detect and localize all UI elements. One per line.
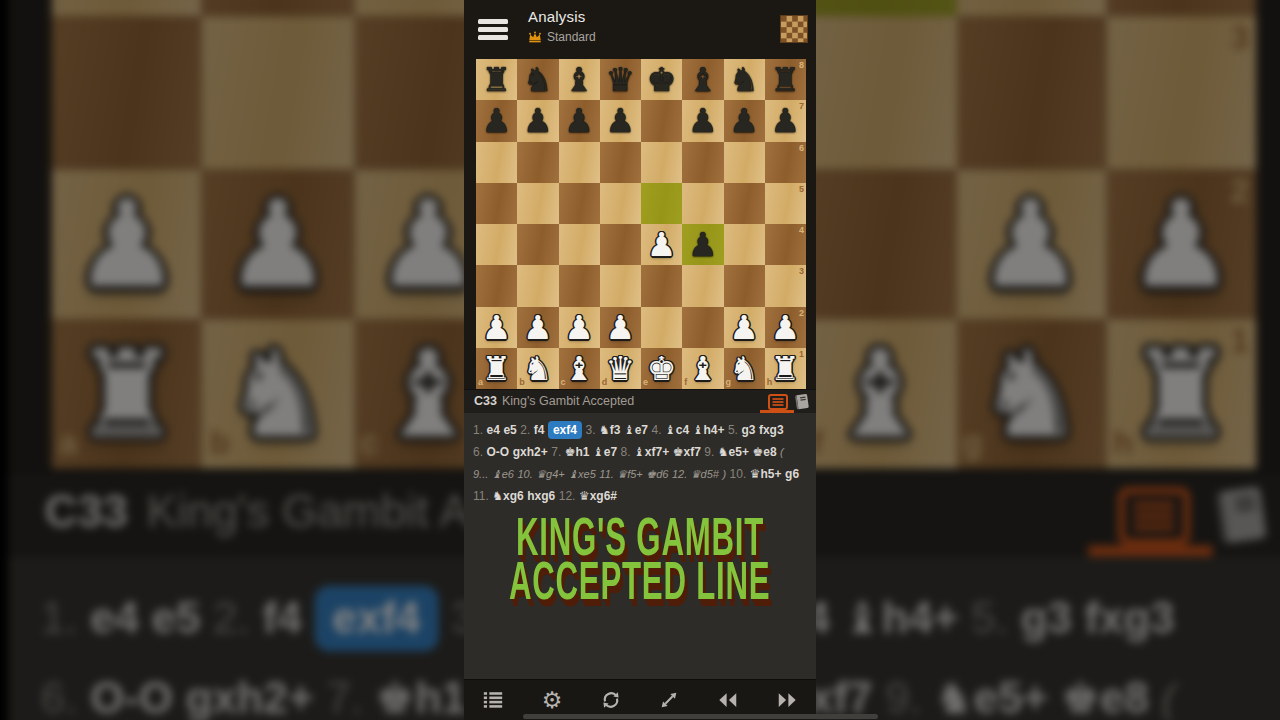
move-token[interactable]: ♛g4+ bbox=[536, 468, 565, 480]
bg-coord-file-c: c bbox=[360, 429, 378, 462]
bg-move-number: 9. bbox=[885, 673, 922, 720]
analysis-menu-button[interactable] bbox=[475, 684, 511, 716]
square-h3[interactable]: 3 bbox=[765, 265, 806, 306]
bg-square-a1: ♜a bbox=[52, 318, 203, 469]
move-number: ( bbox=[780, 446, 784, 458]
coord-rank-4: 4 bbox=[799, 226, 804, 235]
square-d1[interactable]: ♛d bbox=[600, 348, 641, 389]
book-icon bbox=[793, 393, 811, 411]
square-g4[interactable] bbox=[724, 224, 765, 265]
square-d4[interactable] bbox=[600, 224, 641, 265]
coord-file-e: e bbox=[643, 378, 648, 387]
bg-move-number: 6. bbox=[41, 673, 78, 720]
bg-list-card-icon bbox=[1118, 487, 1191, 545]
coord-file-d: d bbox=[602, 378, 608, 387]
black-pawn-b7[interactable]: ♟ bbox=[517, 100, 558, 141]
move-token[interactable]: ♛f5+ bbox=[617, 468, 642, 480]
bg-move-token: ♞e5+ bbox=[935, 673, 1049, 720]
square-b5[interactable] bbox=[517, 183, 558, 224]
square-a7[interactable]: ♟ bbox=[476, 100, 517, 141]
square-d8[interactable]: ♛ bbox=[600, 59, 641, 100]
bg-move-token: e4 bbox=[90, 593, 139, 644]
move-token[interactable]: ♝e7 bbox=[593, 445, 617, 459]
square-f3[interactable] bbox=[682, 265, 723, 306]
move-token[interactable]: gxh2+ bbox=[513, 445, 548, 459]
square-h8[interactable]: ♜8 bbox=[765, 59, 806, 100]
bg-move-token: ♝h4+ bbox=[843, 593, 959, 644]
move-number: ) bbox=[722, 468, 726, 480]
bg-coord-file-b: b bbox=[210, 429, 230, 462]
move-token[interactable]: ♝c4 bbox=[665, 423, 689, 437]
move-number: 9. bbox=[704, 445, 714, 459]
square-e2[interactable] bbox=[641, 307, 682, 348]
title-block: Analysis Standard bbox=[528, 8, 596, 44]
square-a2[interactable]: ♟ bbox=[476, 307, 517, 348]
white-pawn-b2[interactable]: ♟ bbox=[517, 307, 558, 348]
bg-square-h2: ♟2 bbox=[1106, 168, 1257, 319]
selected-move[interactable]: exf4 bbox=[548, 421, 582, 439]
opening-name: King's Gambit Accepted bbox=[502, 394, 634, 408]
square-b4[interactable] bbox=[517, 224, 558, 265]
move-token[interactable]: ♝e7 bbox=[624, 423, 648, 437]
square-h4[interactable]: 4 bbox=[765, 224, 806, 265]
black-pawn-f7[interactable]: ♟ bbox=[682, 100, 723, 141]
move-number: 9... bbox=[473, 468, 488, 480]
bg-square-b2: ♟ bbox=[202, 168, 353, 319]
bg-square-g3 bbox=[955, 17, 1106, 168]
bg-book-icon bbox=[1209, 483, 1275, 549]
black-rook-a8[interactable]: ♜ bbox=[476, 59, 517, 100]
move-number: 3. bbox=[585, 423, 595, 437]
variant-label: Standard bbox=[547, 30, 596, 44]
square-a3[interactable] bbox=[476, 265, 517, 306]
bg-selected-move: exf4 bbox=[314, 586, 438, 652]
square-h1[interactable]: ♜1h bbox=[765, 348, 806, 389]
gear-icon: ⚙ bbox=[542, 689, 563, 712]
bg-coord-file-a: a bbox=[59, 429, 77, 462]
square-d6[interactable] bbox=[600, 142, 641, 183]
bg-square-g4 bbox=[955, 0, 1106, 17]
bg-square-b4 bbox=[202, 0, 353, 17]
white-pawn-a2[interactable]: ♟ bbox=[476, 307, 517, 348]
square-e1[interactable]: ♚e bbox=[641, 348, 682, 389]
bg-square-f4: ♟ bbox=[805, 0, 956, 17]
page-title: Analysis bbox=[528, 8, 596, 25]
video-frame: Analysis Standard ♜♞♝♛♚♝♞♜8♟♟♟♟♟♟♟765♟♟4… bbox=[0, 0, 1280, 720]
coord-file-c: c bbox=[561, 378, 566, 387]
cycle-arrows-icon bbox=[600, 689, 622, 711]
phone-screen: Analysis Standard ♜♞♝♛♚♝♞♜8♟♟♟♟♟♟♟765♟♟4… bbox=[464, 0, 816, 720]
coord-file-f: f bbox=[684, 378, 687, 387]
move-number: 11. bbox=[599, 468, 613, 480]
square-d3[interactable] bbox=[600, 265, 641, 306]
move-token[interactable]: hxg6 bbox=[527, 489, 555, 503]
bg-square-f3 bbox=[805, 17, 956, 168]
bg-square-a3 bbox=[52, 17, 203, 168]
white-pawn-c2[interactable]: ♟ bbox=[559, 307, 600, 348]
move-number: 10. bbox=[730, 467, 747, 481]
move-line: 1.e4e52.f4exf43.♞f3♝e74.♝c4♝h4+5.g3fxg3 bbox=[473, 419, 812, 441]
move-token[interactable]: ♞xg6 bbox=[492, 489, 523, 503]
move-number: 1. bbox=[473, 423, 483, 437]
move-token[interactable]: e4 bbox=[487, 423, 500, 437]
variant-row: Standard bbox=[528, 30, 596, 44]
bg-move-token: f4 bbox=[263, 593, 302, 644]
square-h5[interactable]: 5 bbox=[765, 183, 806, 224]
black-pawn-g7[interactable]: ♟ bbox=[724, 100, 765, 141]
list-icon bbox=[482, 689, 504, 711]
bg-white-knight-g1: ♞ bbox=[955, 318, 1106, 469]
square-b8[interactable]: ♞ bbox=[517, 59, 558, 100]
black-knight-g8[interactable]: ♞ bbox=[724, 59, 765, 100]
coord-file-h: h bbox=[767, 378, 773, 387]
black-queen-d8[interactable]: ♛ bbox=[600, 59, 641, 100]
move-token[interactable]: ♚e8 bbox=[752, 445, 776, 459]
coord-file-a: a bbox=[478, 378, 483, 387]
bg-square-h3: 3 bbox=[1106, 17, 1257, 168]
crown-icon bbox=[528, 31, 542, 43]
move-token[interactable]: e5 bbox=[503, 423, 516, 437]
move-line: 6.O-Ogxh2+7.♚h1♝e78.♝xf7+♚xf79.♞e5+♚e8( bbox=[473, 441, 812, 463]
square-e6[interactable] bbox=[641, 142, 682, 183]
bg-move-number: ( bbox=[1162, 677, 1175, 720]
white-pawn-e4[interactable]: ♟ bbox=[641, 224, 682, 265]
bg-white-pawn-g2: ♟ bbox=[955, 168, 1106, 319]
rewind-button[interactable] bbox=[710, 684, 746, 716]
forward-button[interactable] bbox=[769, 684, 805, 716]
bg-coord-file-h: h bbox=[1113, 429, 1133, 462]
bg-white-rook-a1: ♜ bbox=[52, 318, 203, 469]
square-f4[interactable]: ♟ bbox=[682, 224, 723, 265]
square-b6[interactable] bbox=[517, 142, 558, 183]
black-bishop-c8[interactable]: ♝ bbox=[559, 59, 600, 100]
bg-tab-moves bbox=[1118, 487, 1191, 575]
bg-coord-rank-1: 1 bbox=[1231, 326, 1249, 359]
move-token[interactable]: ♛h5+ bbox=[750, 467, 782, 481]
coord-rank-5: 5 bbox=[799, 185, 804, 194]
bg-move-token: e5 bbox=[152, 593, 201, 644]
move-token[interactable]: ♝h4+ bbox=[693, 423, 725, 437]
square-c5[interactable] bbox=[559, 183, 600, 224]
tab-moves[interactable] bbox=[768, 394, 788, 418]
chess-board: ♜♞♝♛♚♝♞♜8♟♟♟♟♟♟♟765♟♟43♟♟♟♟♟♟2♜a♞b♝c♛d♚e… bbox=[476, 59, 806, 389]
white-pawn-d2[interactable]: ♟ bbox=[600, 307, 641, 348]
bg-move-number: 1. bbox=[41, 593, 78, 644]
move-token[interactable]: ♞f3 bbox=[599, 423, 620, 437]
square-f5[interactable] bbox=[682, 183, 723, 224]
bg-white-knight-b1: ♞ bbox=[202, 318, 353, 469]
bg-move-number: 5. bbox=[971, 593, 1008, 644]
list-card-icon bbox=[768, 394, 788, 410]
move-number: 2. bbox=[520, 423, 530, 437]
square-h7[interactable]: ♟7 bbox=[765, 100, 806, 141]
opening-eco: C33 bbox=[474, 394, 497, 408]
move-token[interactable]: ♝xe5 bbox=[568, 468, 596, 480]
square-c3[interactable] bbox=[559, 265, 600, 306]
bg-square-h1: ♜1h bbox=[1106, 318, 1257, 469]
bg-white-pawn-a2: ♟ bbox=[52, 168, 203, 319]
square-a4[interactable] bbox=[476, 224, 517, 265]
coord-rank-7: 7 bbox=[799, 102, 804, 111]
square-g1[interactable]: ♞g bbox=[724, 348, 765, 389]
move-token[interactable]: fxg3 bbox=[759, 423, 784, 437]
black-bishop-f8[interactable]: ♝ bbox=[682, 59, 723, 100]
square-h6[interactable]: 6 bbox=[765, 142, 806, 183]
bg-black-pawn-f4: ♟ bbox=[805, 0, 956, 17]
bg-square-g1: ♞g bbox=[955, 318, 1106, 469]
bg-square-g2: ♟ bbox=[955, 168, 1106, 319]
hamburger-icon bbox=[478, 19, 508, 24]
settings-button[interactable]: ⚙ bbox=[534, 684, 570, 716]
move-token[interactable]: f4 bbox=[534, 423, 545, 437]
square-c1[interactable]: ♝c bbox=[559, 348, 600, 389]
move-token[interactable]: ♛xg6# bbox=[579, 489, 617, 503]
square-g5[interactable] bbox=[724, 183, 765, 224]
move-list: 1.e4e52.f4exf43.♞f3♝e74.♝c4♝h4+5.g3fxg36… bbox=[464, 413, 816, 679]
coord-rank-6: 6 bbox=[799, 144, 804, 153]
bg-coord-rank-2: 2 bbox=[1231, 175, 1249, 208]
fast-rewind-icon bbox=[717, 689, 739, 711]
coord-rank-8: 8 bbox=[799, 61, 804, 70]
move-number: 5. bbox=[728, 423, 738, 437]
square-c7[interactable]: ♟ bbox=[559, 100, 600, 141]
bg-move-token: fxg3 bbox=[1085, 593, 1175, 644]
move-number: 10. bbox=[517, 468, 532, 480]
bg-move-token: g3 bbox=[1021, 593, 1072, 644]
square-e4[interactable]: ♟ bbox=[641, 224, 682, 265]
bg-white-pawn-h2: ♟ bbox=[1106, 168, 1257, 319]
bg-white-rook-h1: ♜ bbox=[1106, 318, 1257, 469]
bg-coord-file-g: g bbox=[962, 429, 982, 462]
bg-move-token: gxh2+ bbox=[186, 673, 314, 720]
square-a1[interactable]: ♜a bbox=[476, 348, 517, 389]
move-token[interactable]: ♚xf7 bbox=[673, 445, 701, 459]
fullscreen-button[interactable] bbox=[651, 684, 687, 716]
square-f2[interactable] bbox=[682, 307, 723, 348]
move-line: 11.♞xg6hxg612.♛xg6# bbox=[473, 485, 812, 507]
bg-square-f2 bbox=[805, 168, 956, 319]
coord-rank-2: 2 bbox=[799, 309, 804, 318]
square-b3[interactable] bbox=[517, 265, 558, 306]
move-number: 11. bbox=[473, 489, 489, 503]
move-number: 7. bbox=[551, 445, 561, 459]
white-bishop-f1[interactable]: ♝ bbox=[682, 348, 723, 389]
square-c8[interactable]: ♝ bbox=[559, 59, 600, 100]
move-number: 12. bbox=[672, 468, 687, 480]
bg-move-number: 2. bbox=[213, 593, 250, 644]
square-h2[interactable]: ♟2 bbox=[765, 307, 806, 348]
square-g3[interactable] bbox=[724, 265, 765, 306]
move-number: 4. bbox=[652, 423, 662, 437]
coord-rank-1: 1 bbox=[799, 350, 804, 359]
bg-square-a2: ♟ bbox=[52, 168, 203, 319]
square-e8[interactable]: ♚ bbox=[641, 59, 682, 100]
fast-forward-icon bbox=[776, 689, 798, 711]
move-line: 9...♝e610.♛g4+♝xe511.♛f5+♚d612.♛d5#)10.♛… bbox=[473, 463, 812, 485]
coord-file-g: g bbox=[726, 378, 732, 387]
black-pawn-c7[interactable]: ♟ bbox=[559, 100, 600, 141]
square-e3[interactable] bbox=[641, 265, 682, 306]
bg-move-token: ♚h1 bbox=[376, 673, 466, 720]
bg-square-h4: 4 bbox=[1106, 0, 1257, 17]
android-gesture-bar bbox=[523, 714, 878, 719]
square-c6[interactable] bbox=[559, 142, 600, 183]
menu-button[interactable] bbox=[478, 19, 508, 40]
white-pawn-g2[interactable]: ♟ bbox=[724, 307, 765, 348]
coord-file-b: b bbox=[519, 378, 525, 387]
expand-icon bbox=[658, 689, 680, 711]
move-token[interactable]: ♛d5# bbox=[691, 468, 719, 480]
bg-square-b1: ♞b bbox=[202, 318, 353, 469]
square-e5[interactable] bbox=[641, 183, 682, 224]
bg-white-bishop-f1: ♝ bbox=[805, 318, 956, 469]
move-token[interactable]: ♝e6 bbox=[492, 468, 514, 480]
square-b2[interactable]: ♟ bbox=[517, 307, 558, 348]
move-number: 12. bbox=[559, 489, 576, 503]
square-f8[interactable]: ♝ bbox=[682, 59, 723, 100]
move-token[interactable]: ♚h1 bbox=[565, 445, 590, 459]
flip-board-button[interactable] bbox=[593, 684, 629, 716]
bg-move-token: ♚e8 bbox=[1061, 673, 1149, 720]
square-a5[interactable] bbox=[476, 183, 517, 224]
square-e7[interactable] bbox=[641, 100, 682, 141]
square-f7[interactable]: ♟ bbox=[682, 100, 723, 141]
move-number: 8. bbox=[621, 445, 631, 459]
move-token[interactable]: O-O bbox=[487, 445, 510, 459]
opening-bar: C33King's Gambit Accepted bbox=[464, 389, 816, 413]
square-b1[interactable]: ♞b bbox=[517, 348, 558, 389]
square-d5[interactable] bbox=[600, 183, 641, 224]
bg-move-number: 7. bbox=[326, 673, 363, 720]
black-knight-b8[interactable]: ♞ bbox=[517, 59, 558, 100]
square-c2[interactable]: ♟ bbox=[559, 307, 600, 348]
black-pawn-a7[interactable]: ♟ bbox=[476, 100, 517, 141]
square-a8[interactable]: ♜ bbox=[476, 59, 517, 100]
bg-square-a4 bbox=[52, 0, 203, 17]
bg-move-token: O-O bbox=[90, 673, 173, 720]
bg-opening-eco: C33 bbox=[45, 487, 129, 538]
active-tab-underline bbox=[760, 410, 794, 413]
black-pawn-f4[interactable]: ♟ bbox=[682, 224, 723, 265]
black-pawn-d7[interactable]: ♟ bbox=[600, 100, 641, 141]
bg-coord-rank-3: 3 bbox=[1231, 24, 1249, 57]
square-f1[interactable]: ♝f bbox=[682, 348, 723, 389]
square-g6[interactable] bbox=[724, 142, 765, 183]
move-token[interactable]: g3 bbox=[741, 423, 755, 437]
top-app-bar: Analysis Standard bbox=[464, 0, 816, 59]
square-g7[interactable]: ♟ bbox=[724, 100, 765, 141]
square-f6[interactable] bbox=[682, 142, 723, 183]
bg-square-b3 bbox=[202, 17, 353, 168]
square-a6[interactable] bbox=[476, 142, 517, 183]
bg-square-f1: ♝f bbox=[805, 318, 956, 469]
square-g2[interactable]: ♟ bbox=[724, 307, 765, 348]
square-c4[interactable] bbox=[559, 224, 600, 265]
bg-white-pawn-b2: ♟ bbox=[202, 168, 353, 319]
bg-active-tab-underline bbox=[1088, 546, 1212, 557]
black-king-e8[interactable]: ♚ bbox=[641, 59, 682, 100]
move-token[interactable]: ♝xf7+ bbox=[634, 445, 669, 459]
square-g8[interactable]: ♞ bbox=[724, 59, 765, 100]
chessboard-icon[interactable] bbox=[780, 15, 808, 43]
square-b7[interactable]: ♟ bbox=[517, 100, 558, 141]
move-token[interactable]: ♚d6 bbox=[646, 468, 668, 480]
move-token[interactable]: ♞e5+ bbox=[718, 445, 749, 459]
coord-rank-3: 3 bbox=[799, 267, 804, 276]
square-d7[interactable]: ♟ bbox=[600, 100, 641, 141]
bg-tab-opening-book bbox=[1209, 483, 1275, 578]
tab-opening-book[interactable] bbox=[793, 393, 811, 419]
move-number: 6. bbox=[473, 445, 483, 459]
move-token[interactable]: g6 bbox=[785, 467, 799, 481]
square-d2[interactable]: ♟ bbox=[600, 307, 641, 348]
